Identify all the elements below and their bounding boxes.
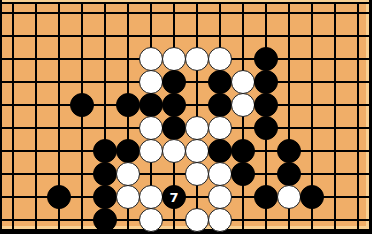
white-stone [185, 139, 209, 163]
black-stone [116, 93, 140, 117]
black-stone [231, 139, 255, 163]
black-stone [93, 139, 117, 163]
black-stone [139, 93, 163, 117]
white-stone [162, 47, 186, 71]
black-stone [254, 185, 278, 209]
grid-hline [1, 12, 369, 14]
black-stone [254, 70, 278, 94]
black-stone [277, 139, 301, 163]
board-frame-top [0, 2, 372, 4]
move-7-stone: 7 [162, 185, 186, 209]
black-stone [162, 70, 186, 94]
go-board[interactable]: 7 [0, 0, 372, 234]
black-stone [47, 185, 71, 209]
black-stone [93, 208, 117, 232]
grid-hline [1, 35, 369, 37]
black-stone [93, 162, 117, 186]
move-number-label: 7 [169, 190, 178, 203]
black-stone [116, 139, 140, 163]
white-stone [185, 116, 209, 140]
white-stone [139, 139, 163, 163]
white-stone [139, 116, 163, 140]
black-stone [162, 93, 186, 117]
white-stone [208, 116, 232, 140]
white-stone [139, 47, 163, 71]
black-stone [93, 185, 117, 209]
white-stone [208, 208, 232, 232]
black-stone [208, 93, 232, 117]
white-stone [277, 185, 301, 209]
white-stone [231, 70, 255, 94]
black-stone [254, 116, 278, 140]
black-stone [231, 162, 255, 186]
black-stone [254, 93, 278, 117]
black-stone [162, 116, 186, 140]
black-stone [277, 162, 301, 186]
white-stone [231, 93, 255, 117]
white-stone [162, 139, 186, 163]
white-stone [139, 208, 163, 232]
black-stone [70, 93, 94, 117]
black-stone [254, 47, 278, 71]
white-stone [116, 185, 140, 209]
white-stone [185, 162, 209, 186]
white-stone [208, 185, 232, 209]
white-stone [185, 208, 209, 232]
black-stone [208, 70, 232, 94]
black-stone [300, 185, 324, 209]
board-frame-bottom [0, 229, 372, 234]
white-stone [185, 47, 209, 71]
white-stone [208, 47, 232, 71]
black-stone [208, 139, 232, 163]
white-stone [116, 162, 140, 186]
white-stone [139, 70, 163, 94]
white-stone [208, 162, 232, 186]
white-stone [139, 185, 163, 209]
